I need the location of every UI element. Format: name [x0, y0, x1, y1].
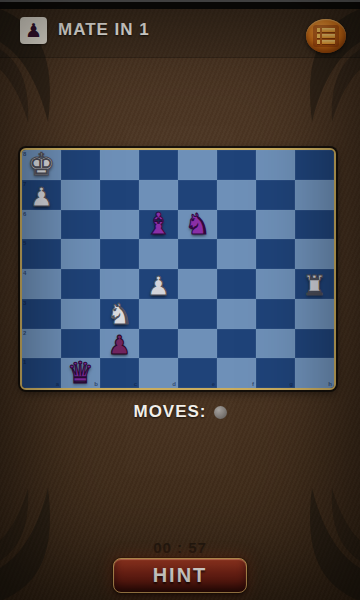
square-c7[interactable] — [100, 180, 139, 210]
square-d3[interactable] — [139, 299, 178, 329]
square-c8[interactable] — [100, 150, 139, 180]
header: ♟ MATE IN 1 — [0, 9, 360, 58]
piece-black-queen-b1[interactable]: ♛ — [61, 352, 100, 388]
square-e3[interactable] — [178, 299, 217, 329]
rank-label-4: 4 — [23, 270, 26, 276]
square-d8[interactable] — [139, 150, 178, 180]
square-c5[interactable] — [100, 239, 139, 269]
square-f4[interactable] — [217, 269, 256, 299]
hint-button[interactable]: HINT — [113, 558, 247, 593]
square-g2[interactable] — [256, 329, 295, 359]
pawn-icon: ♟ — [25, 21, 42, 40]
square-b8[interactable] — [61, 150, 100, 180]
square-b5[interactable] — [61, 239, 100, 269]
square-h1[interactable]: h — [295, 358, 334, 388]
square-b6[interactable] — [61, 210, 100, 240]
square-h7[interactable] — [295, 180, 334, 210]
square-c1[interactable]: c — [100, 358, 139, 388]
piece-black-knight-e6[interactable]: ♞ — [178, 204, 217, 240]
square-g1[interactable]: g — [256, 358, 295, 388]
rank-label-5: 5 — [23, 240, 26, 246]
file-label-f: f — [252, 381, 254, 387]
menu-button[interactable] — [306, 19, 346, 53]
square-a5[interactable]: 5 — [22, 239, 61, 269]
page-background: { "game": "chess", "puzzle_type": "mate … — [0, 0, 360, 600]
moves-row: MOVES: — [0, 402, 360, 422]
square-g4[interactable] — [256, 269, 295, 299]
piece-white-pawn-a7[interactable]: ♟ — [22, 174, 61, 210]
square-f3[interactable] — [217, 299, 256, 329]
square-e1[interactable]: e — [178, 358, 217, 388]
square-d1[interactable]: d — [139, 358, 178, 388]
square-f5[interactable] — [217, 239, 256, 269]
square-e2[interactable] — [178, 329, 217, 359]
square-f1[interactable]: f — [217, 358, 256, 388]
move-indicator-dot — [214, 406, 227, 419]
list-menu-icon — [313, 25, 340, 47]
chess-board: 87654321abcdefgh ♚♟♝♞♟♜♞♟♛ — [20, 148, 336, 390]
file-label-c: c — [134, 381, 137, 387]
piece-black-bishop-d6[interactable]: ♝ — [139, 204, 178, 240]
square-a4[interactable]: 4 — [22, 269, 61, 299]
rank-label-3: 3 — [23, 300, 26, 306]
square-a2[interactable]: 2 — [22, 329, 61, 359]
square-h8[interactable] — [295, 150, 334, 180]
hint-button-label: HINT — [153, 564, 208, 587]
file-label-d: d — [172, 381, 176, 387]
square-b4[interactable] — [61, 269, 100, 299]
square-a3[interactable]: 3 — [22, 299, 61, 329]
file-label-e: e — [212, 381, 215, 387]
file-label-g: g — [289, 381, 293, 387]
rank-label-6: 6 — [23, 211, 26, 217]
square-f6[interactable] — [217, 210, 256, 240]
square-b7[interactable] — [61, 180, 100, 210]
square-g6[interactable] — [256, 210, 295, 240]
square-g7[interactable] — [256, 180, 295, 210]
rank-label-1: 1 — [23, 359, 26, 365]
timer-label: 00 : 57 — [0, 539, 360, 556]
square-c6[interactable] — [100, 210, 139, 240]
file-label-h: h — [328, 381, 332, 387]
square-f8[interactable] — [217, 150, 256, 180]
rank-label-2: 2 — [23, 330, 26, 336]
square-a1[interactable]: 1a — [22, 358, 61, 388]
square-e4[interactable] — [178, 269, 217, 299]
square-b3[interactable] — [61, 299, 100, 329]
piece-black-pawn-c2[interactable]: ♟ — [100, 323, 139, 359]
square-g5[interactable] — [256, 239, 295, 269]
square-e5[interactable] — [178, 239, 217, 269]
square-e8[interactable] — [178, 150, 217, 180]
page-title: MATE IN 1 — [58, 20, 150, 40]
square-f2[interactable] — [217, 329, 256, 359]
square-g3[interactable] — [256, 299, 295, 329]
moves-label: MOVES: — [133, 402, 206, 422]
status-bar — [0, 0, 360, 9]
square-g8[interactable] — [256, 150, 295, 180]
square-a6[interactable]: 6 — [22, 210, 61, 240]
square-f7[interactable] — [217, 180, 256, 210]
pawn-badge: ♟ — [20, 17, 47, 44]
piece-white-rook-h4[interactable]: ♜ — [295, 263, 334, 299]
piece-white-pawn-d4[interactable]: ♟ — [139, 263, 178, 299]
square-h2[interactable] — [295, 329, 334, 359]
file-label-a: a — [56, 381, 59, 387]
square-h3[interactable] — [295, 299, 334, 329]
square-d2[interactable] — [139, 329, 178, 359]
square-h6[interactable] — [295, 210, 334, 240]
